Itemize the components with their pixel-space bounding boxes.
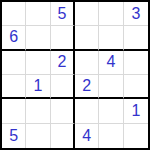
given-digit: 2 [57, 54, 66, 70]
sudoku-board: 5362412154 [0, 0, 150, 150]
cell-r3c6[interactable] [124, 51, 148, 75]
cell-r2c1[interactable]: 6 [2, 26, 26, 50]
cell-r1c4[interactable] [75, 2, 99, 26]
cell-r2c2[interactable] [26, 26, 50, 50]
given-digit: 3 [131, 6, 140, 22]
cell-r3c5[interactable]: 4 [99, 51, 123, 75]
cell-r6c3[interactable] [51, 124, 75, 148]
cell-r3c4[interactable] [75, 51, 99, 75]
cell-r6c5[interactable] [99, 124, 123, 148]
cell-r6c6[interactable] [124, 124, 148, 148]
cell-r1c6[interactable]: 3 [124, 2, 148, 26]
cell-r6c4[interactable]: 4 [75, 124, 99, 148]
cell-r5c2[interactable] [26, 99, 50, 123]
cell-r1c3[interactable]: 5 [51, 2, 75, 26]
cell-r4c3[interactable] [51, 75, 75, 99]
cell-r5c1[interactable] [2, 99, 26, 123]
cell-r4c4[interactable]: 2 [75, 75, 99, 99]
cell-r1c1[interactable] [2, 2, 26, 26]
cell-r5c4[interactable] [75, 99, 99, 123]
cell-r5c3[interactable] [51, 99, 75, 123]
given-digit: 5 [57, 6, 66, 22]
given-digit: 1 [131, 103, 140, 119]
cell-r4c1[interactable] [2, 75, 26, 99]
cell-r4c5[interactable] [99, 75, 123, 99]
given-digit: 2 [82, 78, 91, 94]
given-digit: 6 [9, 29, 18, 45]
cell-r1c5[interactable] [99, 2, 123, 26]
given-digit: 4 [82, 128, 91, 144]
cell-r2c5[interactable] [99, 26, 123, 50]
cell-r1c2[interactable] [26, 2, 50, 26]
given-digit: 4 [107, 54, 116, 70]
cell-r3c1[interactable] [2, 51, 26, 75]
cell-r4c2[interactable]: 1 [26, 75, 50, 99]
cell-r5c5[interactable] [99, 99, 123, 123]
cell-r3c2[interactable] [26, 51, 50, 75]
cell-r2c3[interactable] [51, 26, 75, 50]
cell-r3c3[interactable]: 2 [51, 51, 75, 75]
cell-r6c1[interactable]: 5 [2, 124, 26, 148]
cell-r2c6[interactable] [124, 26, 148, 50]
given-digit: 1 [34, 78, 43, 94]
given-digit: 5 [9, 128, 18, 144]
cell-r4c6[interactable] [124, 75, 148, 99]
cell-r5c6[interactable]: 1 [124, 99, 148, 123]
cell-r6c2[interactable] [26, 124, 50, 148]
cell-r2c4[interactable] [75, 26, 99, 50]
